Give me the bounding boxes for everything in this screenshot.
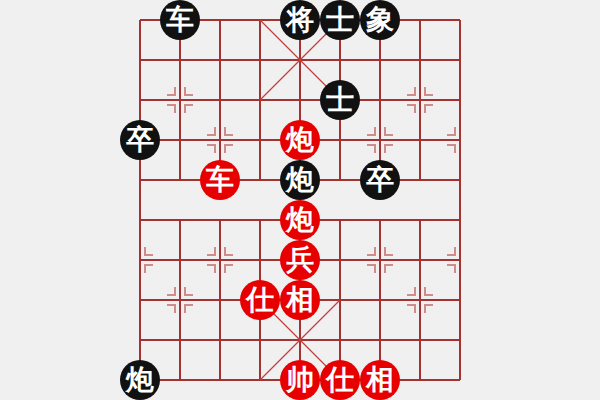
- piece-black-chariot[interactable]: 车: [160, 0, 200, 40]
- piece-black-elephant[interactable]: 象: [360, 0, 400, 40]
- piece-red-advisor[interactable]: 仕: [240, 280, 280, 320]
- piece-black-pawn[interactable]: 卒: [120, 120, 160, 160]
- piece-black-cannon-2[interactable]: 炮: [120, 360, 160, 400]
- piece-black-cannon[interactable]: 炮: [280, 160, 320, 200]
- piece-black-pawn-2[interactable]: 卒: [360, 160, 400, 200]
- piece-red-chariot[interactable]: 车: [200, 160, 240, 200]
- piece-red-elephant-2[interactable]: 相: [360, 360, 400, 400]
- piece-red-advisor-2[interactable]: 仕: [320, 360, 360, 400]
- xiangqi-diagram: 车将士象士卒炮车炮卒炮兵仕相炮帅仕相: [0, 0, 600, 400]
- piece-red-cannon[interactable]: 炮: [280, 120, 320, 160]
- piece-red-cannon-2[interactable]: 炮: [280, 200, 320, 240]
- piece-black-general[interactable]: 将: [280, 0, 320, 40]
- piece-black-advisor[interactable]: 士: [320, 0, 360, 40]
- piece-red-pawn[interactable]: 兵: [280, 240, 320, 280]
- pieces-layer: 车将士象士卒炮车炮卒炮兵仕相炮帅仕相: [120, 0, 480, 400]
- piece-red-elephant[interactable]: 相: [280, 280, 320, 320]
- piece-black-advisor-2[interactable]: 士: [320, 80, 360, 120]
- piece-red-general[interactable]: 帅: [280, 360, 320, 400]
